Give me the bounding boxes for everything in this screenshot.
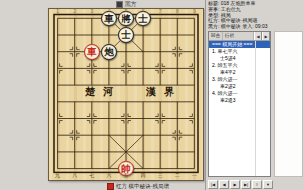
move-row[interactable]: 1. 車七平六 — [209, 48, 270, 55]
piece-black-cannon[interactable]: 炮 — [101, 44, 117, 60]
info-lines: 标题: 018 左炮胜单車赛事: 工右仕九类型: 残局红方: 棋中秘诀·残局谱黑… — [208, 1, 304, 30]
piece-black-chariot[interactable]: 車 — [101, 11, 117, 27]
playback-toolbar: |◀◀▶▶|≡▼ — [208, 179, 304, 189]
black-side-caption: 黑方 — [48, 0, 204, 8]
comment-pane — [274, 31, 303, 177]
header-move-column: 行棋 — [223, 32, 254, 40]
move-nav-back-button[interactable]: ◀ — [254, 32, 262, 40]
move-row[interactable]: 4. 帥六进一 — [209, 90, 270, 97]
piece-red-chariot[interactable]: 車 — [84, 44, 100, 60]
piece-black-general[interactable]: 將 — [118, 11, 134, 27]
playback-button[interactable]: ≡ — [252, 180, 262, 189]
header-round-column: 回合 — [209, 32, 223, 40]
move-row[interactable]: 士5进4 — [209, 55, 270, 62]
move-row[interactable]: === 棋局开始 === — [209, 41, 270, 48]
piece-red-general[interactable]: 帥 — [118, 161, 134, 177]
playback-button[interactable]: |◀ — [208, 180, 218, 189]
move-row[interactable]: 車2退3 — [209, 97, 270, 104]
black-side-label: 黑方 — [125, 1, 137, 7]
info-line: 黑方: 棋中秘诀 录入: 09:03 — [208, 24, 304, 30]
red-side-label: 红方 棋中秘诀·残局谱 — [116, 183, 169, 189]
red-side-caption: 红方 棋中秘诀·残局谱 — [60, 182, 216, 190]
game-info-panel: 标题: 018 左炮胜单車赛事: 工右仕九类型: 残局红方: 棋中秘诀·残局谱黑… — [205, 0, 304, 190]
move-row[interactable]: 車4平2 — [209, 69, 270, 76]
playback-button[interactable]: ▼ — [263, 180, 273, 189]
move-nav-forward-button[interactable]: ▶ — [262, 32, 270, 40]
xiangqi-board: 123456789 楚河 漢界 車將士士車炮帥 九八七六五四三二一 — [48, 8, 204, 181]
playback-button[interactable]: ▶ — [230, 180, 240, 189]
piece-black-advisor[interactable]: 士 — [118, 27, 134, 43]
move-row[interactable]: 3. 帥六进一 — [209, 76, 270, 83]
red-side-icon — [107, 183, 114, 190]
move-list-header: 回合 行棋 ◀ ▶ — [209, 32, 270, 41]
playback-button[interactable]: ▶| — [241, 180, 251, 189]
piece-black-advisor[interactable]: 士 — [135, 11, 151, 27]
move-row[interactable]: 車2进2 — [209, 83, 270, 90]
board-grid: 車將士士車炮帥 — [49, 10, 203, 177]
black-side-icon — [116, 1, 123, 8]
playback-button[interactable]: ◀ — [219, 180, 229, 189]
app-window: 黑方 123456789 楚河 漢界 車將士士車炮帥 九八七六五四三二一 红方 … — [0, 0, 304, 190]
move-rows: === 棋局开始 ===1. 車七平六士5进42. 帥五平六車4平23. 帥六进… — [209, 41, 270, 104]
move-row[interactable]: 2. 帥五平六 — [209, 62, 270, 69]
move-list: 回合 行棋 ◀ ▶ === 棋局开始 ===1. 車七平六士5进42. 帥五平六… — [208, 31, 271, 177]
